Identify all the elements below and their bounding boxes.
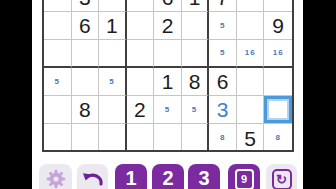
sudoku-grid: 53561761259516165518682553858 [44,0,292,152]
given-digit: 1 [106,15,118,36]
pencil-marks: 5 [165,106,170,114]
sudoku-cell[interactable] [44,40,72,68]
sudoku-cell[interactable]: 5 [44,0,72,12]
sudoku-cell[interactable]: 1 [154,68,182,96]
sudoku-cell[interactable] [154,40,182,68]
sudoku-cell[interactable] [127,0,155,12]
sudoku-cell[interactable]: 6 [72,12,100,40]
sudoku-cell[interactable] [182,124,210,152]
sudoku-cell[interactable]: 5 [209,40,237,68]
sudoku-cell[interactable] [44,96,72,124]
pencil-marks: 5 [109,0,114,2]
toolbar: 1 2 3 9 ↻ [32,164,303,189]
sudoku-cell[interactable] [182,40,210,68]
sudoku-cell[interactable]: 5 [182,96,210,124]
sudoku-cell[interactable]: 2 [127,96,155,124]
sudoku-cell[interactable]: 16 [237,40,265,68]
sudoku-cell[interactable]: 7 [209,0,237,12]
sudoku-cell[interactable] [72,68,100,96]
note-9-button[interactable]: 9 [228,164,260,189]
sudoku-cell[interactable]: 2 [154,12,182,40]
sudoku-cell[interactable]: 1 [99,12,127,40]
boxed-9-icon: 9 [235,169,254,189]
pencil-marks: 8 [275,134,280,142]
sudoku-cell[interactable] [127,68,155,96]
sudoku-cell[interactable]: 5 [44,68,72,96]
sudoku-cell[interactable] [264,68,292,96]
sudoku-cell[interactable]: 9 [264,12,292,40]
given-digit: 3 [79,0,91,8]
pencil-marks: 5 [109,78,114,86]
sudoku-cell[interactable]: 3 [209,96,237,124]
sudoku-cell[interactable]: 6 [154,0,182,12]
pencil-marks: 5 [192,106,197,114]
given-digit: 9 [272,15,284,36]
letterbox-left [0,0,32,189]
sudoku-board: 53561761259516165518682553858 [42,0,294,152]
sudoku-cell[interactable]: 16 [264,40,292,68]
sudoku-cell[interactable]: 5 [237,124,265,152]
undo-arrow-icon [81,171,105,189]
undo-button[interactable] [77,164,108,189]
user-digit: 3 [217,99,229,120]
sudoku-cell[interactable] [154,124,182,152]
sudoku-cell[interactable]: 8 [264,124,292,152]
sudoku-cell[interactable] [237,68,265,96]
letterbox-right [303,0,336,189]
sudoku-cell[interactable]: 5 [99,0,127,12]
digit-3-label: 3 [198,164,209,189]
sudoku-cell[interactable]: 6 [209,68,237,96]
sudoku-cell[interactable] [72,124,100,152]
given-digit: 7 [217,0,229,8]
digit-3-button[interactable]: 3 [188,164,220,189]
pencil-marks: 5 [55,0,60,2]
sudoku-cell[interactable]: 1 [182,0,210,12]
sudoku-cell[interactable] [99,124,127,152]
sudoku-cell[interactable] [237,96,265,124]
given-digit: 1 [189,0,201,8]
sudoku-cell[interactable] [99,96,127,124]
digit-2-button[interactable]: 2 [152,164,184,189]
app-screen: 53561761259516165518682553858 [0,0,336,189]
sudoku-cell[interactable]: 8 [72,96,100,124]
sudoku-cell[interactable]: 5 [99,68,127,96]
sudoku-cell[interactable] [44,12,72,40]
sudoku-cell[interactable] [237,0,265,12]
sudoku-cell[interactable] [182,12,210,40]
sudoku-cell[interactable]: 8 [209,124,237,152]
given-digit: 8 [189,71,201,92]
pencil-marks: 5 [220,49,225,57]
digit-2-label: 2 [162,164,173,189]
sudoku-cell[interactable]: 5 [154,96,182,124]
given-digit: 1 [162,71,174,92]
input-mode-rotate-icon: ↻ [272,169,292,189]
sudoku-cell[interactable] [264,0,292,12]
sudoku-cell[interactable] [127,12,155,40]
given-digit: 2 [134,99,146,120]
pencil-marks: 5 [220,22,225,30]
content-panel: 53561761259516165518682553858 [32,0,303,189]
sudoku-cell[interactable]: 3 [72,0,100,12]
digit-1-button[interactable]: 1 [115,164,147,189]
given-digit: 2 [162,15,174,36]
given-digit: 6 [217,71,229,92]
given-digit: 6 [79,15,91,36]
sudoku-cell[interactable] [72,40,100,68]
given-digit: 8 [79,99,91,120]
settings-button[interactable] [39,164,72,189]
digit-1-label: 1 [125,164,136,189]
sudoku-cell[interactable] [99,40,127,68]
given-digit: 5 [244,128,256,149]
pencil-marks: 16 [245,49,256,57]
sudoku-cell[interactable]: 8 [182,68,210,96]
pencil-marks: 16 [273,49,284,57]
given-digit: 6 [162,0,174,8]
sudoku-cell[interactable] [44,124,72,152]
sudoku-cell[interactable] [127,124,155,152]
sudoku-cell[interactable] [237,12,265,40]
input-mode-button[interactable]: ↻ [266,164,297,189]
pencil-marks: 5 [55,78,60,86]
pencil-marks: 8 [220,134,225,142]
sudoku-cell[interactable] [127,40,155,68]
sudoku-cell[interactable]: 5 [209,12,237,40]
gear-icon [46,169,66,189]
selected-cell[interactable] [264,96,292,124]
